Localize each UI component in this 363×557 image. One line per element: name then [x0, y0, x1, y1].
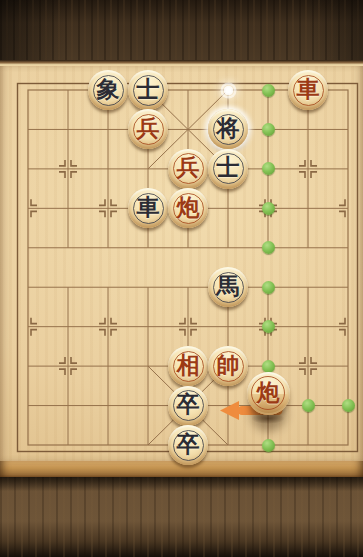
- piece-glyph: 兵: [137, 117, 160, 140]
- piece-black-elephant[interactable]: 象: [88, 70, 128, 110]
- piece-black-horse[interactable]: 馬: [208, 267, 248, 307]
- piece-glyph: 将: [217, 117, 240, 140]
- pieces-layer: 象士車兵将兵士車炮馬相帥卒炮卒: [0, 0, 363, 557]
- piece-glyph: 車: [137, 196, 160, 219]
- piece-red-soldier[interactable]: 兵: [168, 149, 208, 189]
- piece-black-soldier[interactable]: 卒: [168, 425, 208, 465]
- piece-black-advisor[interactable]: 士: [208, 149, 248, 189]
- piece-glyph: 卒: [177, 433, 200, 456]
- selected-piece-shadow: [251, 413, 285, 424]
- piece-glyph: 兵: [177, 156, 200, 179]
- piece-glyph: 卒: [177, 393, 200, 416]
- piece-glyph: 相: [177, 354, 200, 377]
- piece-black-advisor[interactable]: 士: [128, 70, 168, 110]
- piece-glyph: 士: [137, 78, 160, 101]
- piece-black-soldier[interactable]: 卒: [168, 386, 208, 426]
- piece-red-cannon-selected[interactable]: 炮: [247, 372, 290, 415]
- piece-glyph: 車: [297, 78, 320, 101]
- piece-glyph: 馬: [217, 275, 240, 298]
- xiangqi-app-screen: 象士車兵将兵士車炮馬相帥卒炮卒: [0, 0, 363, 557]
- piece-glyph: 炮: [257, 381, 280, 404]
- piece-red-chariot[interactable]: 車: [288, 70, 328, 110]
- piece-red-general[interactable]: 帥: [208, 346, 248, 386]
- piece-glyph: 帥: [217, 354, 240, 377]
- piece-glyph: 炮: [177, 196, 200, 219]
- piece-glyph: 士: [217, 156, 240, 179]
- piece-glyph: 象: [97, 78, 120, 101]
- piece-red-elephant[interactable]: 相: [168, 346, 208, 386]
